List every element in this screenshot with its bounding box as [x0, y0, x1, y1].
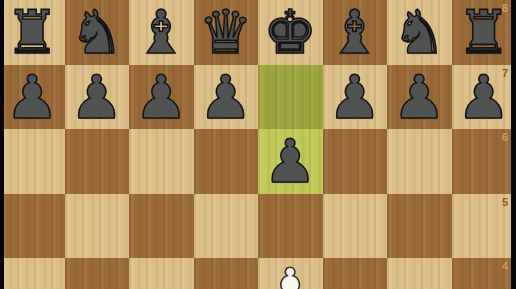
square-f7[interactable]: ♟: [323, 65, 388, 130]
chess-board: ♜♞♝♛♚♝♞♜♟♟♟♟♟♟♟♟♟: [0, 0, 516, 289]
square-b8[interactable]: ♞: [65, 0, 130, 65]
square-f8[interactable]: ♝: [323, 0, 388, 65]
square-e8[interactable]: ♚: [258, 0, 323, 65]
square-c8[interactable]: ♝: [129, 0, 194, 65]
black-rook[interactable]: ♜: [0, 0, 65, 65]
square-g4[interactable]: [387, 258, 452, 289]
square-e7[interactable]: [258, 65, 323, 130]
square-e5[interactable]: [258, 194, 323, 259]
square-f6[interactable]: [323, 129, 388, 194]
black-pawn[interactable]: ♟: [194, 65, 259, 130]
black-pawn[interactable]: ♟: [0, 65, 65, 130]
black-pawn[interactable]: ♟: [258, 129, 323, 194]
square-g7[interactable]: ♟: [387, 65, 452, 130]
square-a5[interactable]: [0, 194, 65, 259]
square-d6[interactable]: [194, 129, 259, 194]
square-d8[interactable]: ♛: [194, 0, 259, 65]
black-pawn[interactable]: ♟: [323, 65, 388, 130]
square-e4[interactable]: ♟: [258, 258, 323, 289]
square-g8[interactable]: ♞: [387, 0, 452, 65]
square-d4[interactable]: [194, 258, 259, 289]
black-knight[interactable]: ♞: [65, 0, 130, 65]
square-d7[interactable]: ♟: [194, 65, 259, 130]
rank-label-5: 5: [502, 196, 508, 208]
rank-label-4: 4: [502, 260, 508, 272]
square-g6[interactable]: [387, 129, 452, 194]
white-pawn[interactable]: ♟: [258, 258, 323, 289]
square-f4[interactable]: [323, 258, 388, 289]
rank-label-7: 7: [502, 67, 508, 79]
square-b4[interactable]: [65, 258, 130, 289]
square-a7[interactable]: ♟: [0, 65, 65, 130]
black-pawn[interactable]: ♟: [129, 65, 194, 130]
black-queen[interactable]: ♛: [194, 0, 259, 65]
square-g5[interactable]: [387, 194, 452, 259]
square-a8[interactable]: ♜: [0, 0, 65, 65]
square-c7[interactable]: ♟: [129, 65, 194, 130]
black-pawn[interactable]: ♟: [387, 65, 452, 130]
rank-label-8: 8: [502, 2, 508, 14]
square-a4[interactable]: [0, 258, 65, 289]
black-bishop[interactable]: ♝: [323, 0, 388, 65]
letterbox-left-bar: [0, 0, 4, 289]
black-knight[interactable]: ♞: [387, 0, 452, 65]
square-c6[interactable]: [129, 129, 194, 194]
letterbox-right-bar: [511, 0, 516, 289]
square-c4[interactable]: [129, 258, 194, 289]
black-king[interactable]: ♚: [258, 0, 323, 65]
black-pawn[interactable]: ♟: [65, 65, 130, 130]
square-f5[interactable]: [323, 194, 388, 259]
square-c5[interactable]: [129, 194, 194, 259]
black-bishop[interactable]: ♝: [129, 0, 194, 65]
square-a6[interactable]: [0, 129, 65, 194]
square-d5[interactable]: [194, 194, 259, 259]
square-b6[interactable]: [65, 129, 130, 194]
square-e6[interactable]: ♟: [258, 129, 323, 194]
square-b7[interactable]: ♟: [65, 65, 130, 130]
square-b5[interactable]: [65, 194, 130, 259]
video-frame: ♜♞♝♛♚♝♞♜♟♟♟♟♟♟♟♟♟ 87654: [0, 0, 516, 289]
rank-label-6: 6: [502, 131, 508, 143]
